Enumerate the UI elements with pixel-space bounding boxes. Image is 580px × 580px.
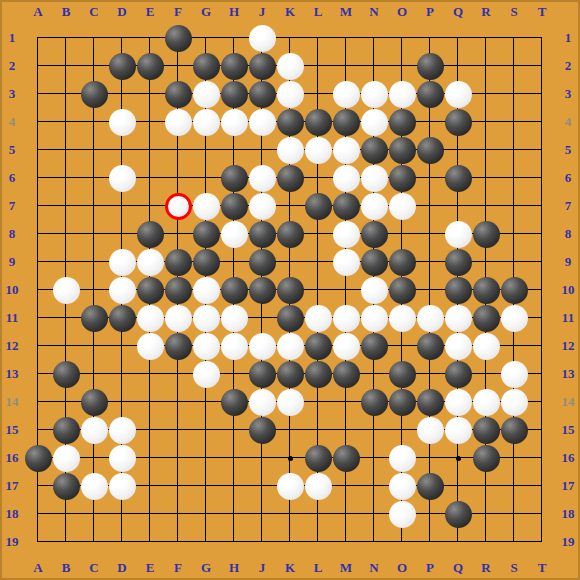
white-stone-D10 [109,277,136,304]
column-label-Q: Q [444,2,472,22]
white-stone-S11 [501,305,528,332]
black-stone-P2 [417,53,444,80]
row-label-1: 1 [557,24,579,52]
white-stone-K14 [277,389,304,416]
white-stone-C17 [81,473,108,500]
black-stone-J9 [249,249,276,276]
black-stone-P5 [417,137,444,164]
white-stone-E12 [137,333,164,360]
black-stone-J13 [249,361,276,388]
black-stone-N12 [361,333,388,360]
row-label-6: 6 [1,164,23,192]
black-stone-Q4 [445,109,472,136]
row-label-4: 4 [557,108,579,136]
white-stone-N4 [361,109,388,136]
row-label-7: 7 [557,192,579,220]
black-stone-Q13 [445,361,472,388]
black-stone-S10 [501,277,528,304]
row-label-14: 14 [1,388,23,416]
white-stone-H11 [221,305,248,332]
white-stone-M12 [333,333,360,360]
black-stone-K13 [277,361,304,388]
row-label-19: 19 [1,528,23,556]
column-label-K: K [276,2,304,22]
white-stone-N3 [361,81,388,108]
column-label-Q: Q [444,558,472,578]
row-label-3: 3 [557,80,579,108]
star-point-K16 [288,456,293,461]
column-label-B: B [52,558,80,578]
black-stone-Q9 [445,249,472,276]
black-stone-Q6 [445,165,472,192]
row-label-13: 13 [557,360,579,388]
black-stone-L12 [305,333,332,360]
column-label-G: G [192,558,220,578]
white-stone-N10 [361,277,388,304]
column-label-R: R [472,2,500,22]
white-stone-Q8 [445,221,472,248]
black-stone-O5 [389,137,416,164]
white-stone-M6 [333,165,360,192]
column-label-H: H [220,558,248,578]
column-label-N: N [360,2,388,22]
black-stone-M4 [333,109,360,136]
column-label-M: M [332,2,360,22]
black-stone-R10 [473,277,500,304]
column-label-T: T [528,558,556,578]
column-label-F: F [164,2,192,22]
row-label-17: 17 [557,472,579,500]
black-stone-M13 [333,361,360,388]
black-stone-J15 [249,417,276,444]
column-label-C: C [80,558,108,578]
row-label-8: 8 [1,220,23,248]
white-stone-M11 [333,305,360,332]
white-stone-F11 [165,305,192,332]
white-stone-E9 [137,249,164,276]
black-stone-P12 [417,333,444,360]
black-stone-P3 [417,81,444,108]
white-stone-P15 [417,417,444,444]
row-label-2: 2 [1,52,23,80]
black-stone-R15 [473,417,500,444]
black-stone-C3 [81,81,108,108]
white-stone-K17 [277,473,304,500]
black-stone-K8 [277,221,304,248]
black-stone-E10 [137,277,164,304]
column-label-S: S [500,2,528,22]
black-stone-L4 [305,109,332,136]
black-stone-Q18 [445,501,472,528]
black-stone-K10 [277,277,304,304]
black-stone-H3 [221,81,248,108]
white-stone-D6 [109,165,136,192]
white-stone-Q14 [445,389,472,416]
black-stone-K6 [277,165,304,192]
white-stone-C15 [81,417,108,444]
black-stone-N14 [361,389,388,416]
column-label-A: A [24,558,52,578]
black-stone-S15 [501,417,528,444]
black-stone-E8 [137,221,164,248]
white-stone-D17 [109,473,136,500]
white-stone-D16 [109,445,136,472]
black-stone-B17 [53,473,80,500]
column-label-T: T [528,2,556,22]
black-stone-J8 [249,221,276,248]
black-stone-O6 [389,165,416,192]
black-stone-L7 [305,193,332,220]
black-stone-J10 [249,277,276,304]
white-stone-G13 [193,361,220,388]
black-stone-O13 [389,361,416,388]
row-label-19: 19 [557,528,579,556]
black-stone-B15 [53,417,80,444]
white-stone-G7 [193,193,220,220]
white-stone-F4 [165,109,192,136]
white-stone-O16 [389,445,416,472]
row-label-13: 13 [1,360,23,388]
black-stone-N9 [361,249,388,276]
column-label-S: S [500,558,528,578]
white-stone-K2 [277,53,304,80]
black-stone-H7 [221,193,248,220]
white-stone-Q11 [445,305,472,332]
black-stone-F10 [165,277,192,304]
row-label-5: 5 [1,136,23,164]
white-stone-G4 [193,109,220,136]
black-stone-H10 [221,277,248,304]
white-stone-O17 [389,473,416,500]
black-stone-G2 [193,53,220,80]
row-label-10: 10 [1,276,23,304]
white-stone-J7 [249,193,276,220]
black-stone-R16 [473,445,500,472]
black-stone-O4 [389,109,416,136]
white-stone-O11 [389,305,416,332]
row-label-9: 9 [557,248,579,276]
column-label-J: J [248,2,276,22]
black-stone-F1 [165,25,192,52]
white-stone-N11 [361,305,388,332]
column-label-E: E [136,2,164,22]
black-stone-N5 [361,137,388,164]
column-label-D: D [108,558,136,578]
column-label-G: G [192,2,220,22]
black-stone-C11 [81,305,108,332]
row-label-8: 8 [557,220,579,248]
black-stone-L16 [305,445,332,472]
column-label-M: M [332,558,360,578]
black-stone-M7 [333,193,360,220]
white-stone-J12 [249,333,276,360]
white-stone-G10 [193,277,220,304]
white-stone-O18 [389,501,416,528]
row-label-15: 15 [557,416,579,444]
white-stone-L17 [305,473,332,500]
white-stone-H4 [221,109,248,136]
white-stone-B10 [53,277,80,304]
black-stone-K11 [277,305,304,332]
black-stone-G9 [193,249,220,276]
row-label-18: 18 [557,500,579,528]
white-stone-B16 [53,445,80,472]
black-stone-O10 [389,277,416,304]
black-stone-B13 [53,361,80,388]
black-stone-G8 [193,221,220,248]
row-label-6: 6 [557,164,579,192]
play-area[interactable] [24,24,556,556]
white-stone-M8 [333,221,360,248]
column-label-O: O [388,2,416,22]
white-stone-J6 [249,165,276,192]
black-stone-D2 [109,53,136,80]
column-label-E: E [136,558,164,578]
white-stone-F7 [165,193,192,220]
black-stone-P17 [417,473,444,500]
row-label-10: 10 [557,276,579,304]
black-stone-R8 [473,221,500,248]
column-label-C: C [80,2,108,22]
row-label-5: 5 [557,136,579,164]
row-label-9: 9 [1,248,23,276]
white-stone-N7 [361,193,388,220]
white-stone-E11 [137,305,164,332]
black-stone-A16 [25,445,52,472]
white-stone-J14 [249,389,276,416]
row-label-18: 18 [1,500,23,528]
white-stone-R14 [473,389,500,416]
white-stone-K12 [277,333,304,360]
white-stone-K3 [277,81,304,108]
column-label-B: B [52,2,80,22]
black-stone-H2 [221,53,248,80]
white-stone-D15 [109,417,136,444]
black-stone-N8 [361,221,388,248]
black-stone-K4 [277,109,304,136]
row-label-12: 12 [557,332,579,360]
black-stone-O14 [389,389,416,416]
white-stone-M5 [333,137,360,164]
column-label-P: P [416,558,444,578]
column-label-J: J [248,558,276,578]
column-label-L: L [304,558,332,578]
row-label-12: 12 [1,332,23,360]
star-point-Q16 [456,456,461,461]
black-stone-J2 [249,53,276,80]
white-stone-Q3 [445,81,472,108]
white-stone-S14 [501,389,528,416]
row-label-17: 17 [1,472,23,500]
white-stone-N6 [361,165,388,192]
black-stone-F3 [165,81,192,108]
black-stone-H14 [221,389,248,416]
row-label-11: 11 [557,304,579,332]
column-label-P: P [416,2,444,22]
black-stone-P14 [417,389,444,416]
row-label-15: 15 [1,416,23,444]
white-stone-L5 [305,137,332,164]
black-stone-R11 [473,305,500,332]
white-stone-R12 [473,333,500,360]
black-stone-M16 [333,445,360,472]
column-label-O: O [388,558,416,578]
white-stone-K5 [277,137,304,164]
goban[interactable]: ABCDEFGHJKLMNOPQRST ABCDEFGHJKLMNOPQRST … [0,0,580,580]
column-label-H: H [220,2,248,22]
white-stone-O3 [389,81,416,108]
black-stone-Q10 [445,277,472,304]
row-label-7: 7 [1,192,23,220]
row-label-11: 11 [1,304,23,332]
white-stone-Q12 [445,333,472,360]
column-label-F: F [164,558,192,578]
black-stone-L13 [305,361,332,388]
column-label-K: K [276,558,304,578]
column-label-L: L [304,2,332,22]
black-stone-C14 [81,389,108,416]
row-label-16: 16 [557,444,579,472]
white-stone-P11 [417,305,444,332]
black-stone-O9 [389,249,416,276]
black-stone-D11 [109,305,136,332]
black-stone-E2 [137,53,164,80]
row-label-4: 4 [1,108,23,136]
column-label-R: R [472,558,500,578]
black-stone-H6 [221,165,248,192]
white-stone-L11 [305,305,332,332]
black-stone-F9 [165,249,192,276]
white-stone-Q15 [445,417,472,444]
row-label-1: 1 [1,24,23,52]
row-label-3: 3 [1,80,23,108]
white-stone-G12 [193,333,220,360]
row-label-16: 16 [1,444,23,472]
white-stone-M9 [333,249,360,276]
white-stone-H12 [221,333,248,360]
white-stone-G3 [193,81,220,108]
row-label-14: 14 [557,388,579,416]
white-stone-O7 [389,193,416,220]
white-stone-H8 [221,221,248,248]
row-label-2: 2 [557,52,579,80]
white-stone-J1 [249,25,276,52]
column-label-D: D [108,2,136,22]
black-stone-J3 [249,81,276,108]
white-stone-D4 [109,109,136,136]
white-stone-M3 [333,81,360,108]
white-stone-S13 [501,361,528,388]
column-label-N: N [360,558,388,578]
white-stone-D9 [109,249,136,276]
black-stone-F12 [165,333,192,360]
column-label-A: A [24,2,52,22]
white-stone-G11 [193,305,220,332]
white-stone-J4 [249,109,276,136]
